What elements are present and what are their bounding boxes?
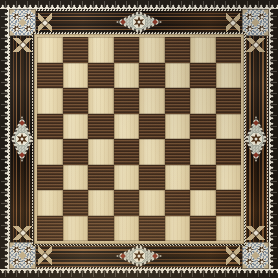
chessboard-photo [0, 0, 278, 278]
rosette-center-dot [260, 260, 263, 263]
square-f7[interactable] [165, 63, 191, 89]
rosette-center-dot [260, 15, 263, 18]
square-h2[interactable] [216, 190, 242, 216]
knot-inlay-icon [226, 246, 240, 265]
square-e5[interactable] [139, 114, 165, 140]
square-h3[interactable] [216, 165, 242, 191]
square-c7[interactable] [88, 63, 114, 89]
rosette-center-dot [27, 248, 30, 251]
knot-inlay-icon [13, 226, 32, 240]
square-f8[interactable] [165, 37, 191, 63]
rosette-center-dot [260, 248, 263, 251]
star-rosette-icon [23, 11, 34, 22]
square-d1[interactable] [114, 216, 140, 242]
flower-center-dot [21, 138, 24, 141]
square-b4[interactable] [63, 139, 89, 165]
square-c4[interactable] [88, 139, 114, 165]
star-rosette-icon [244, 256, 255, 267]
star-rosette-icon [11, 244, 22, 255]
square-g3[interactable] [190, 165, 216, 191]
square-b3[interactable] [63, 165, 89, 191]
square-h4[interactable] [216, 139, 242, 165]
rosette-center-dot [15, 248, 18, 251]
square-d4[interactable] [114, 139, 140, 165]
rosette-center-dot [15, 15, 18, 18]
knot-inlay-icon [38, 13, 52, 32]
square-e6[interactable] [139, 88, 165, 114]
knot-inlay-icon [13, 38, 32, 52]
square-d2[interactable] [114, 190, 140, 216]
square-h6[interactable] [216, 88, 242, 114]
square-h7[interactable] [216, 63, 242, 89]
square-c8[interactable] [88, 37, 114, 63]
rosette-center-dot [260, 27, 263, 30]
star-rosette-icon [11, 23, 22, 34]
rosette-center-dot [248, 15, 251, 18]
square-f6[interactable] [165, 88, 191, 114]
square-e8[interactable] [139, 37, 165, 63]
square-b8[interactable] [63, 37, 89, 63]
square-d6[interactable] [114, 88, 140, 114]
corner-rosette-panel-bottom-right [242, 242, 269, 269]
flower-center-dot [138, 21, 141, 24]
square-d7[interactable] [114, 63, 140, 89]
rosette-center-dot [248, 27, 251, 30]
zigzag-band-bottom-icon [0, 269, 278, 278]
square-e2[interactable] [139, 190, 165, 216]
square-e3[interactable] [139, 165, 165, 191]
rosette-center-dot [248, 248, 251, 251]
square-g5[interactable] [190, 114, 216, 140]
square-f3[interactable] [165, 165, 191, 191]
star-rosette-icon [256, 11, 267, 22]
square-a4[interactable] [37, 139, 63, 165]
square-a6[interactable] [37, 88, 63, 114]
square-e7[interactable] [139, 63, 165, 89]
square-b5[interactable] [63, 114, 89, 140]
zigzag-band-top-icon [0, 0, 278, 9]
star-rosette-icon [11, 11, 22, 22]
rosette-center-dot [27, 260, 30, 263]
rosette-center-dot [15, 260, 18, 263]
square-a2[interactable] [37, 190, 63, 216]
knot-inlay-icon [38, 246, 52, 265]
square-g1[interactable] [190, 216, 216, 242]
square-b7[interactable] [63, 63, 89, 89]
zigzag-band-right-icon [269, 0, 278, 278]
square-b2[interactable] [63, 190, 89, 216]
corner-rosette-panel-bottom-left [9, 242, 36, 269]
star-rosette-icon [244, 11, 255, 22]
square-b6[interactable] [63, 88, 89, 114]
square-g7[interactable] [190, 63, 216, 89]
square-h8[interactable] [216, 37, 242, 63]
square-e1[interactable] [139, 216, 165, 242]
star-rosette-icon [256, 244, 267, 255]
chess-board [37, 37, 241, 241]
square-f5[interactable] [165, 114, 191, 140]
rosette-center-dot [248, 260, 251, 263]
square-b1[interactable] [63, 216, 89, 242]
rosette-center-dot [27, 15, 30, 18]
flower-center-dot [138, 255, 141, 258]
square-c2[interactable] [88, 190, 114, 216]
square-e4[interactable] [139, 139, 165, 165]
square-a7[interactable] [37, 63, 63, 89]
square-c1[interactable] [88, 216, 114, 242]
rosette-center-dot [27, 27, 30, 30]
square-d5[interactable] [114, 114, 140, 140]
flower-center-dot [255, 138, 258, 141]
square-g8[interactable] [190, 37, 216, 63]
square-f4[interactable] [165, 139, 191, 165]
rosette-center-dot [15, 27, 18, 30]
square-a1[interactable] [37, 216, 63, 242]
knot-inlay-icon [246, 38, 265, 52]
star-rosette-icon [256, 256, 267, 267]
square-d8[interactable] [114, 37, 140, 63]
square-c3[interactable] [88, 165, 114, 191]
square-f1[interactable] [165, 216, 191, 242]
square-g4[interactable] [190, 139, 216, 165]
star-rosette-icon [11, 256, 22, 267]
square-h5[interactable] [216, 114, 242, 140]
corner-rosette-panel-top-right [242, 9, 269, 36]
knot-inlay-icon [246, 226, 265, 240]
star-rosette-icon [23, 256, 34, 267]
star-rosette-icon [256, 23, 267, 34]
square-c5[interactable] [88, 114, 114, 140]
square-h1[interactable] [216, 216, 242, 242]
zigzag-band-left-icon [0, 0, 9, 278]
square-a8[interactable] [37, 37, 63, 63]
square-d3[interactable] [114, 165, 140, 191]
knot-inlay-icon [226, 13, 240, 32]
square-a3[interactable] [37, 165, 63, 191]
square-g6[interactable] [190, 88, 216, 114]
square-g2[interactable] [190, 190, 216, 216]
square-c6[interactable] [88, 88, 114, 114]
square-a5[interactable] [37, 114, 63, 140]
square-f2[interactable] [165, 190, 191, 216]
